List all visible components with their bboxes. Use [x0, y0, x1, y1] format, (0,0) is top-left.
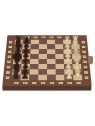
coordinate-label: c — [33, 36, 37, 38]
coordinate-label: 7 — [84, 71, 88, 74]
board-row: ♚♟♟♚ — [13, 59, 81, 64]
square — [38, 75, 47, 81]
coordinate-label: e — [49, 82, 53, 85]
coordinate-label: 4 — [83, 55, 87, 57]
square — [39, 49, 47, 54]
frame-top: abcdefgh — [15, 36, 79, 39]
square — [30, 59, 39, 64]
coordinate-label: f — [57, 36, 61, 38]
square: ♟ — [64, 75, 73, 81]
square: ♞ — [12, 69, 21, 74]
coordinate-label: h — [76, 82, 81, 85]
coordinate-label: c — [31, 82, 36, 85]
square — [55, 59, 64, 64]
square — [55, 49, 63, 54]
piece-black-knight: ♞ — [12, 64, 22, 75]
square — [29, 75, 38, 81]
coordinate-label: 3 — [8, 50, 12, 52]
piece-white-knight: ♞ — [73, 64, 83, 75]
square: ♛ — [13, 54, 22, 59]
square: ♟ — [22, 49, 30, 54]
square: ♜ — [73, 75, 82, 81]
coordinate-label: 6 — [83, 65, 87, 68]
board-grid: ♜♟♟♜♞♟♟♞♝♟♟♝♛♟♟♛♚♟♟♚♝♟♟♝♞♟♟♞♜♟♟♜ — [12, 40, 83, 81]
piece-white-pawn: ♟ — [64, 60, 72, 69]
board-row: ♝♟♟♝ — [14, 49, 80, 54]
piece-white-pawn: ♟ — [64, 55, 72, 64]
coordinate-label: 4 — [7, 55, 11, 57]
piece-white-rook: ♜ — [73, 69, 82, 80]
piece-white-pawn: ♟ — [65, 65, 73, 74]
coordinate-label: b — [25, 36, 29, 38]
coordinate-label: g — [65, 36, 69, 38]
board-row: ♞♟♟♞ — [12, 69, 82, 74]
piece-black-pawn: ♟ — [21, 65, 29, 74]
coordinate-label: g — [67, 82, 72, 85]
square: ♟ — [21, 59, 30, 64]
coordinate-label: 2 — [82, 46, 86, 48]
square — [47, 49, 55, 54]
square: ♚ — [72, 59, 81, 64]
coordinate-label: a — [17, 36, 21, 38]
square — [30, 69, 39, 74]
square — [47, 59, 56, 64]
coordinate-label: 7 — [6, 71, 10, 74]
square: ♝ — [14, 49, 23, 54]
square: ♟ — [63, 49, 71, 54]
square: ♛ — [72, 54, 81, 59]
square: ♟ — [64, 54, 73, 59]
square: ♚ — [13, 59, 22, 64]
coordinate-label: 5 — [83, 60, 87, 63]
piece-black-rook: ♜ — [11, 69, 20, 80]
square: ♞ — [73, 69, 82, 74]
coordinate-label: e — [49, 36, 53, 38]
coordinate-label: 1 — [9, 41, 13, 43]
square — [30, 54, 39, 59]
coordinate-label: 8 — [5, 76, 9, 79]
square: ♜ — [12, 75, 21, 81]
coordinate-label: d — [40, 82, 44, 85]
square: ♟ — [21, 75, 30, 81]
coordinate-label: h — [73, 36, 77, 38]
piece-black-pawn: ♟ — [22, 55, 30, 64]
coordinate-label: b — [22, 82, 27, 85]
piece-black-pawn: ♟ — [21, 60, 29, 69]
square — [56, 69, 65, 74]
square: ♟ — [22, 54, 31, 59]
coordinate-label: f — [58, 82, 63, 85]
board-edge — [2, 86, 91, 91]
coordinate-label: 6 — [6, 65, 10, 68]
square: ♟ — [21, 69, 30, 74]
square — [56, 75, 65, 81]
square — [47, 75, 56, 81]
product-photo-chess-set: abcdefgh abcdefgh 12345678 12345678 ♜♟♟♜… — [0, 0, 95, 126]
coordinate-label: 5 — [7, 60, 11, 63]
square — [55, 54, 64, 59]
coordinate-label: 3 — [82, 50, 86, 52]
square — [38, 59, 47, 64]
square: ♟ — [64, 59, 73, 64]
board-row: ♜♟♟♜ — [12, 75, 83, 81]
square: ♟ — [64, 69, 73, 74]
board-row: ♛♟♟♛ — [13, 54, 80, 59]
coordinate-label: 1 — [81, 41, 85, 43]
square — [47, 54, 55, 59]
coordinate-label: 2 — [8, 46, 12, 48]
square: ♝ — [72, 49, 81, 54]
clasp-knob — [88, 56, 93, 64]
square — [38, 69, 47, 74]
square — [30, 49, 38, 54]
square — [47, 69, 56, 74]
coordinate-label: a — [14, 82, 19, 85]
coordinate-label: d — [41, 36, 45, 38]
chessboard: abcdefgh abcdefgh 12345678 12345678 ♜♟♟♜… — [2, 35, 91, 86]
frame-bottom: abcdefgh — [11, 81, 82, 84]
coordinate-label: 8 — [84, 76, 88, 79]
square — [39, 54, 47, 59]
